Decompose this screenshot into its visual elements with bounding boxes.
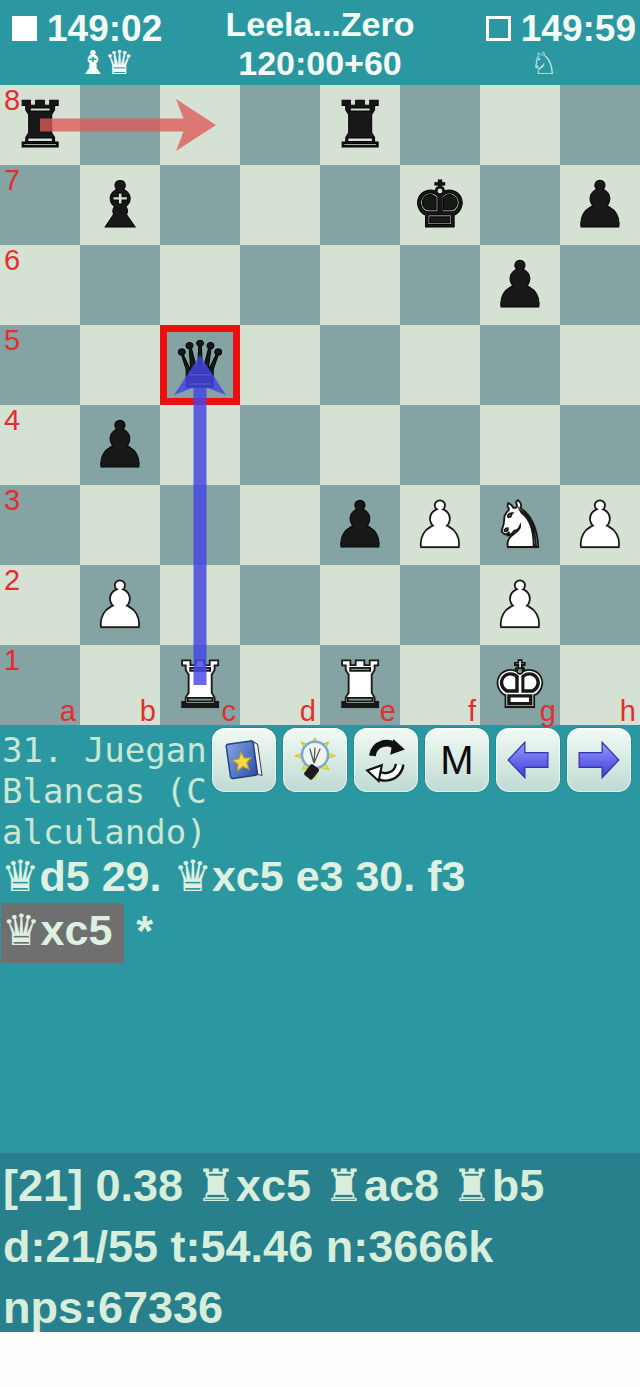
- move-now-label: M: [440, 738, 473, 783]
- rank-label-6: 6: [4, 246, 20, 275]
- square-c6[interactable]: [160, 245, 240, 325]
- square-b2[interactable]: ♟: [80, 565, 160, 645]
- rank-label-5: 5: [4, 326, 20, 355]
- engine-nps-line: nps:67336: [3, 1277, 640, 1338]
- white-material-icons: ♝♛: [78, 46, 131, 80]
- square-f3[interactable]: ♟: [400, 485, 480, 565]
- square-h4[interactable]: [560, 405, 640, 485]
- square-a7[interactable]: 7: [0, 165, 80, 245]
- black-king-f7: ♚: [411, 165, 468, 245]
- square-f6[interactable]: [400, 245, 480, 325]
- square-d7[interactable]: [240, 165, 320, 245]
- square-g7[interactable]: [480, 165, 560, 245]
- square-h8[interactable]: [560, 85, 640, 165]
- file-label-f: f: [468, 697, 476, 726]
- refresh-icon: [363, 737, 409, 783]
- game-result-marker: *: [136, 906, 153, 954]
- square-b7[interactable]: ♝: [80, 165, 160, 245]
- square-e6[interactable]: [320, 245, 400, 325]
- file-label-e: e: [380, 697, 396, 726]
- arrow-left-icon: [505, 737, 551, 783]
- black-queen-c5: ♛: [171, 325, 228, 405]
- move-now-button[interactable]: M: [425, 728, 489, 792]
- app-header: 149:02 Leela...Zero 120:00+60 ♝♛ ♘ 149:5…: [0, 0, 640, 85]
- square-c7[interactable]: [160, 165, 240, 245]
- square-h5[interactable]: [560, 325, 640, 405]
- square-e3[interactable]: ♟: [320, 485, 400, 565]
- engine-pv-line: [21] 0.38 ♜xc5 ♜ac8 ♜b5: [3, 1155, 640, 1216]
- black-material-icons: ♘: [530, 47, 558, 80]
- square-b5[interactable]: [80, 325, 160, 405]
- current-move-highlight[interactable]: ♛xc5: [1, 903, 124, 963]
- square-e1[interactable]: e♜: [320, 645, 400, 725]
- square-a5[interactable]: 5: [0, 325, 80, 405]
- arrow-right-icon: [576, 737, 622, 783]
- toolbar: M: [212, 728, 631, 792]
- move-list-line1: ♛d5 29. ♛xc5 e3 30. f3: [1, 850, 639, 903]
- square-a8[interactable]: 8♜: [0, 85, 80, 165]
- engine-output-panel: [21] 0.38 ♜xc5 ♜ac8 ♜b5 d:21/55 t:54.46 …: [0, 1153, 640, 1332]
- square-g4[interactable]: [480, 405, 560, 485]
- board: 8♜♜7♝♚♟6♟5♛4♟3♟♟♞♟2♟♟1abc♜de♜fg♚h: [0, 85, 640, 725]
- square-e8[interactable]: ♜: [320, 85, 400, 165]
- android-nav-bar: [0, 1332, 640, 1387]
- white-pawn-b2: ♟: [91, 565, 148, 645]
- square-b8[interactable]: [80, 85, 160, 165]
- square-a1[interactable]: 1a: [0, 645, 80, 725]
- square-e5[interactable]: [320, 325, 400, 405]
- square-f5[interactable]: [400, 325, 480, 405]
- square-d2[interactable]: [240, 565, 320, 645]
- square-a2[interactable]: 2: [0, 565, 80, 645]
- rank-label-3: 3: [4, 486, 20, 515]
- square-c2[interactable]: [160, 565, 240, 645]
- square-g3[interactable]: ♞: [480, 485, 560, 565]
- square-e2[interactable]: [320, 565, 400, 645]
- square-d6[interactable]: [240, 245, 320, 325]
- file-label-d: d: [300, 697, 316, 726]
- square-b4[interactable]: ♟: [80, 405, 160, 485]
- lightbulb-icon: [292, 737, 338, 783]
- move-list: ♛d5 29. ♛xc5 e3 30. f3 ♛xc5 *: [1, 850, 639, 963]
- white-clock-time: 149:02: [47, 10, 162, 47]
- rank-label-4: 4: [4, 406, 20, 435]
- square-a4[interactable]: 4: [0, 405, 80, 485]
- square-g8[interactable]: [480, 85, 560, 165]
- square-a6[interactable]: 6: [0, 245, 80, 325]
- move-list-line2: ♛xc5 *: [1, 903, 639, 963]
- file-label-g: g: [540, 697, 556, 726]
- white-pawn-g2: ♟: [491, 565, 548, 645]
- square-f2[interactable]: [400, 565, 480, 645]
- file-label-a: a: [60, 697, 76, 726]
- white-turn-square-icon: [12, 16, 37, 41]
- square-d5[interactable]: [240, 325, 320, 405]
- file-label-c: c: [222, 697, 237, 726]
- square-g2[interactable]: ♟: [480, 565, 560, 645]
- square-d4[interactable]: [240, 405, 320, 485]
- rank-label-2: 2: [4, 566, 20, 595]
- black-rook-e8: ♜: [331, 85, 388, 165]
- white-rook-c1: ♜: [171, 645, 228, 725]
- square-g5[interactable]: [480, 325, 560, 405]
- square-h6[interactable]: [560, 245, 640, 325]
- black-clock-time: 149:59: [521, 10, 636, 47]
- square-d3[interactable]: [240, 485, 320, 565]
- square-h3[interactable]: ♟: [560, 485, 640, 565]
- white-pawn-f3: ♟: [411, 485, 468, 565]
- white-knight-g3: ♞: [491, 485, 548, 565]
- square-f7[interactable]: ♚: [400, 165, 480, 245]
- square-h1[interactable]: h: [560, 645, 640, 725]
- square-f1[interactable]: f: [400, 645, 480, 725]
- black-pawn-b4: ♟: [91, 405, 148, 485]
- black-clock: 149:59: [486, 10, 636, 47]
- square-d8[interactable]: [240, 85, 320, 165]
- square-a3[interactable]: 3: [0, 485, 80, 565]
- opening-book-button[interactable]: [212, 728, 276, 792]
- back-move-button[interactable]: [496, 728, 560, 792]
- square-h2[interactable]: [560, 565, 640, 645]
- forward-move-button[interactable]: [567, 728, 631, 792]
- square-c3[interactable]: [160, 485, 240, 565]
- file-label-h: h: [620, 697, 636, 726]
- white-clock: 149:02: [12, 10, 162, 47]
- square-f4[interactable]: [400, 405, 480, 485]
- black-turn-square-icon: [486, 16, 511, 41]
- rank-label-8: 8: [4, 86, 20, 115]
- black-pawn-e3: ♟: [331, 485, 388, 565]
- square-b3[interactable]: [80, 485, 160, 565]
- board-area: 8♜♜7♝♚♟6♟5♛4♟3♟♟♞♟2♟♟1abc♜de♜fg♚h: [0, 85, 640, 725]
- file-label-b: b: [140, 697, 156, 726]
- analyze-refresh-button[interactable]: [354, 728, 418, 792]
- square-c4[interactable]: [160, 405, 240, 485]
- black-pawn-h7: ♟: [571, 165, 628, 245]
- square-b1[interactable]: b: [80, 645, 160, 725]
- white-pawn-h3: ♟: [571, 485, 628, 565]
- square-c1[interactable]: c♜: [160, 645, 240, 725]
- square-g6[interactable]: ♟: [480, 245, 560, 325]
- black-bishop-b7: ♝: [91, 165, 148, 245]
- square-e4[interactable]: [320, 405, 400, 485]
- square-c8[interactable]: [160, 85, 240, 165]
- black-pawn-g6: ♟: [491, 245, 548, 325]
- square-b6[interactable]: [80, 245, 160, 325]
- square-d1[interactable]: d: [240, 645, 320, 725]
- rank-label-7: 7: [4, 166, 20, 195]
- hint-button[interactable]: [283, 728, 347, 792]
- square-c5[interactable]: ♛: [160, 325, 240, 405]
- engine-stats-line: d:21/55 t:54.46 n:3666k: [3, 1216, 640, 1277]
- square-f8[interactable]: [400, 85, 480, 165]
- square-h7[interactable]: ♟: [560, 165, 640, 245]
- status-text: 31. Juegan Blancas (Calculando): [2, 730, 214, 853]
- book-icon: [221, 737, 267, 783]
- rank-label-1: 1: [4, 646, 20, 675]
- square-g1[interactable]: g♚: [480, 645, 560, 725]
- square-e7[interactable]: [320, 165, 400, 245]
